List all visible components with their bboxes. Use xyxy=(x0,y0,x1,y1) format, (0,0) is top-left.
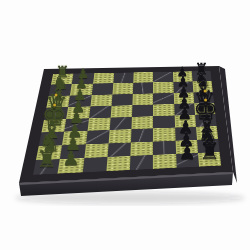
gilded-crown-accent xyxy=(55,94,58,97)
gilded-crown-accent xyxy=(204,99,207,102)
black-rook[interactable]: ♜ xyxy=(199,139,220,162)
pieces-layer: ♜♞♝♛♚♝♞♜♟♟♟♟♟♟♟♟♟♟♟♟♟♟♟♟♜♞♝♛♚♝♞♜ xyxy=(0,0,250,250)
gilded-crown-accent xyxy=(203,89,206,92)
black-pawn[interactable]: ♟ xyxy=(178,143,195,162)
gilded-crown-accent xyxy=(53,104,56,107)
green-rook[interactable]: ♜ xyxy=(36,146,57,169)
green-pawn[interactable]: ♟ xyxy=(62,148,79,167)
chess-set-photo: ♜♞♝♛♚♝♞♜♟♟♟♟♟♟♟♟♟♟♟♟♟♟♟♟♜♞♝♛♚♝♞♜ xyxy=(0,0,250,250)
